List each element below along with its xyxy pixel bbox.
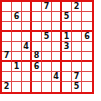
cell-r8c5[interactable] [42, 72, 52, 82]
cell-r6c2[interactable] [12, 52, 22, 62]
cell-r1c8: 2 [72, 2, 82, 12]
cell-r4c6[interactable] [52, 32, 62, 42]
cell-r6c6[interactable] [52, 52, 62, 62]
cell-r6c8[interactable] [72, 52, 82, 62]
cell-r3c3[interactable] [22, 22, 32, 32]
cell-r4c7: 1 [62, 32, 72, 42]
cell-r4c5: 5 [42, 32, 52, 42]
cell-r8c8: 7 [72, 72, 82, 82]
cell-r7c2: 1 [12, 62, 22, 72]
cell-r9c9[interactable] [82, 82, 92, 92]
cell-r5c8[interactable] [72, 42, 82, 52]
cell-r9c8: 5 [72, 82, 82, 92]
cell-r4c2[interactable] [12, 32, 22, 42]
cell-r7c9[interactable] [82, 62, 92, 72]
cell-r8c3[interactable] [22, 72, 32, 82]
cell-r3c9[interactable] [82, 22, 92, 32]
cell-r3c7[interactable] [62, 22, 72, 32]
cell-r8c6: 4 [52, 72, 62, 82]
cell-r7c4: 6 [32, 62, 42, 72]
cell-r2c1[interactable] [2, 12, 12, 22]
cell-r6c4: 8 [32, 52, 42, 62]
cell-r9c3[interactable] [22, 82, 32, 92]
cell-r8c1[interactable] [2, 72, 12, 82]
cell-r2c7: 5 [62, 12, 72, 22]
cell-r7c1[interactable] [2, 62, 12, 72]
cell-r3c5[interactable] [42, 22, 52, 32]
cell-r2c2: 6 [12, 12, 22, 22]
cell-r1c9[interactable] [82, 2, 92, 12]
cell-r4c9: 6 [82, 32, 92, 42]
cell-r3c2[interactable] [12, 22, 22, 32]
cell-r4c1[interactable] [2, 32, 12, 42]
cell-r4c4[interactable] [32, 32, 42, 42]
sudoku-board: 72655164378164725 [0, 0, 94, 94]
cell-r5c7: 3 [62, 42, 72, 52]
cell-r5c5[interactable] [42, 42, 52, 52]
cell-r7c5[interactable] [42, 62, 52, 72]
cell-r3c4[interactable] [32, 22, 42, 32]
cell-r2c5[interactable] [42, 12, 52, 22]
cell-r4c8[interactable] [72, 32, 82, 42]
cell-r6c9[interactable] [82, 52, 92, 62]
cell-r8c9[interactable] [82, 72, 92, 82]
cell-r9c6[interactable] [52, 82, 62, 92]
cell-r7c3[interactable] [22, 62, 32, 72]
cell-r9c2[interactable] [12, 82, 22, 92]
cell-r9c4[interactable] [32, 82, 42, 92]
cell-r3c6[interactable] [52, 22, 62, 32]
cell-r1c1[interactable] [2, 2, 12, 12]
cell-r9c7[interactable] [62, 82, 72, 92]
cell-r2c6[interactable] [52, 12, 62, 22]
cell-r1c2[interactable] [12, 2, 22, 12]
cell-r6c5[interactable] [42, 52, 52, 62]
cell-r8c7[interactable] [62, 72, 72, 82]
cell-r3c8[interactable] [72, 22, 82, 32]
cell-r2c3[interactable] [22, 12, 32, 22]
cell-r5c3: 4 [22, 42, 32, 52]
cell-r5c6[interactable] [52, 42, 62, 52]
cell-r1c4[interactable] [32, 2, 42, 12]
cell-r4c3[interactable] [22, 32, 32, 42]
cell-r6c7[interactable] [62, 52, 72, 62]
cell-r2c9[interactable] [82, 12, 92, 22]
cell-r8c2[interactable] [12, 72, 22, 82]
cell-r1c5: 7 [42, 2, 52, 12]
cell-r7c7[interactable] [62, 62, 72, 72]
cell-r2c8[interactable] [72, 12, 82, 22]
cell-r3c1[interactable] [2, 22, 12, 32]
cell-r1c6[interactable] [52, 2, 62, 12]
cell-r8c4[interactable] [32, 72, 42, 82]
cell-r6c3[interactable] [22, 52, 32, 62]
cell-r5c9[interactable] [82, 42, 92, 52]
cell-r1c3[interactable] [22, 2, 32, 12]
cell-r5c2[interactable] [12, 42, 22, 52]
cell-r2c4[interactable] [32, 12, 42, 22]
cell-r9c5[interactable] [42, 82, 52, 92]
cell-r6c1: 7 [2, 52, 12, 62]
cell-r7c8[interactable] [72, 62, 82, 72]
cell-r1c7[interactable] [62, 2, 72, 12]
cell-r7c6[interactable] [52, 62, 62, 72]
cell-r9c1: 2 [2, 82, 12, 92]
